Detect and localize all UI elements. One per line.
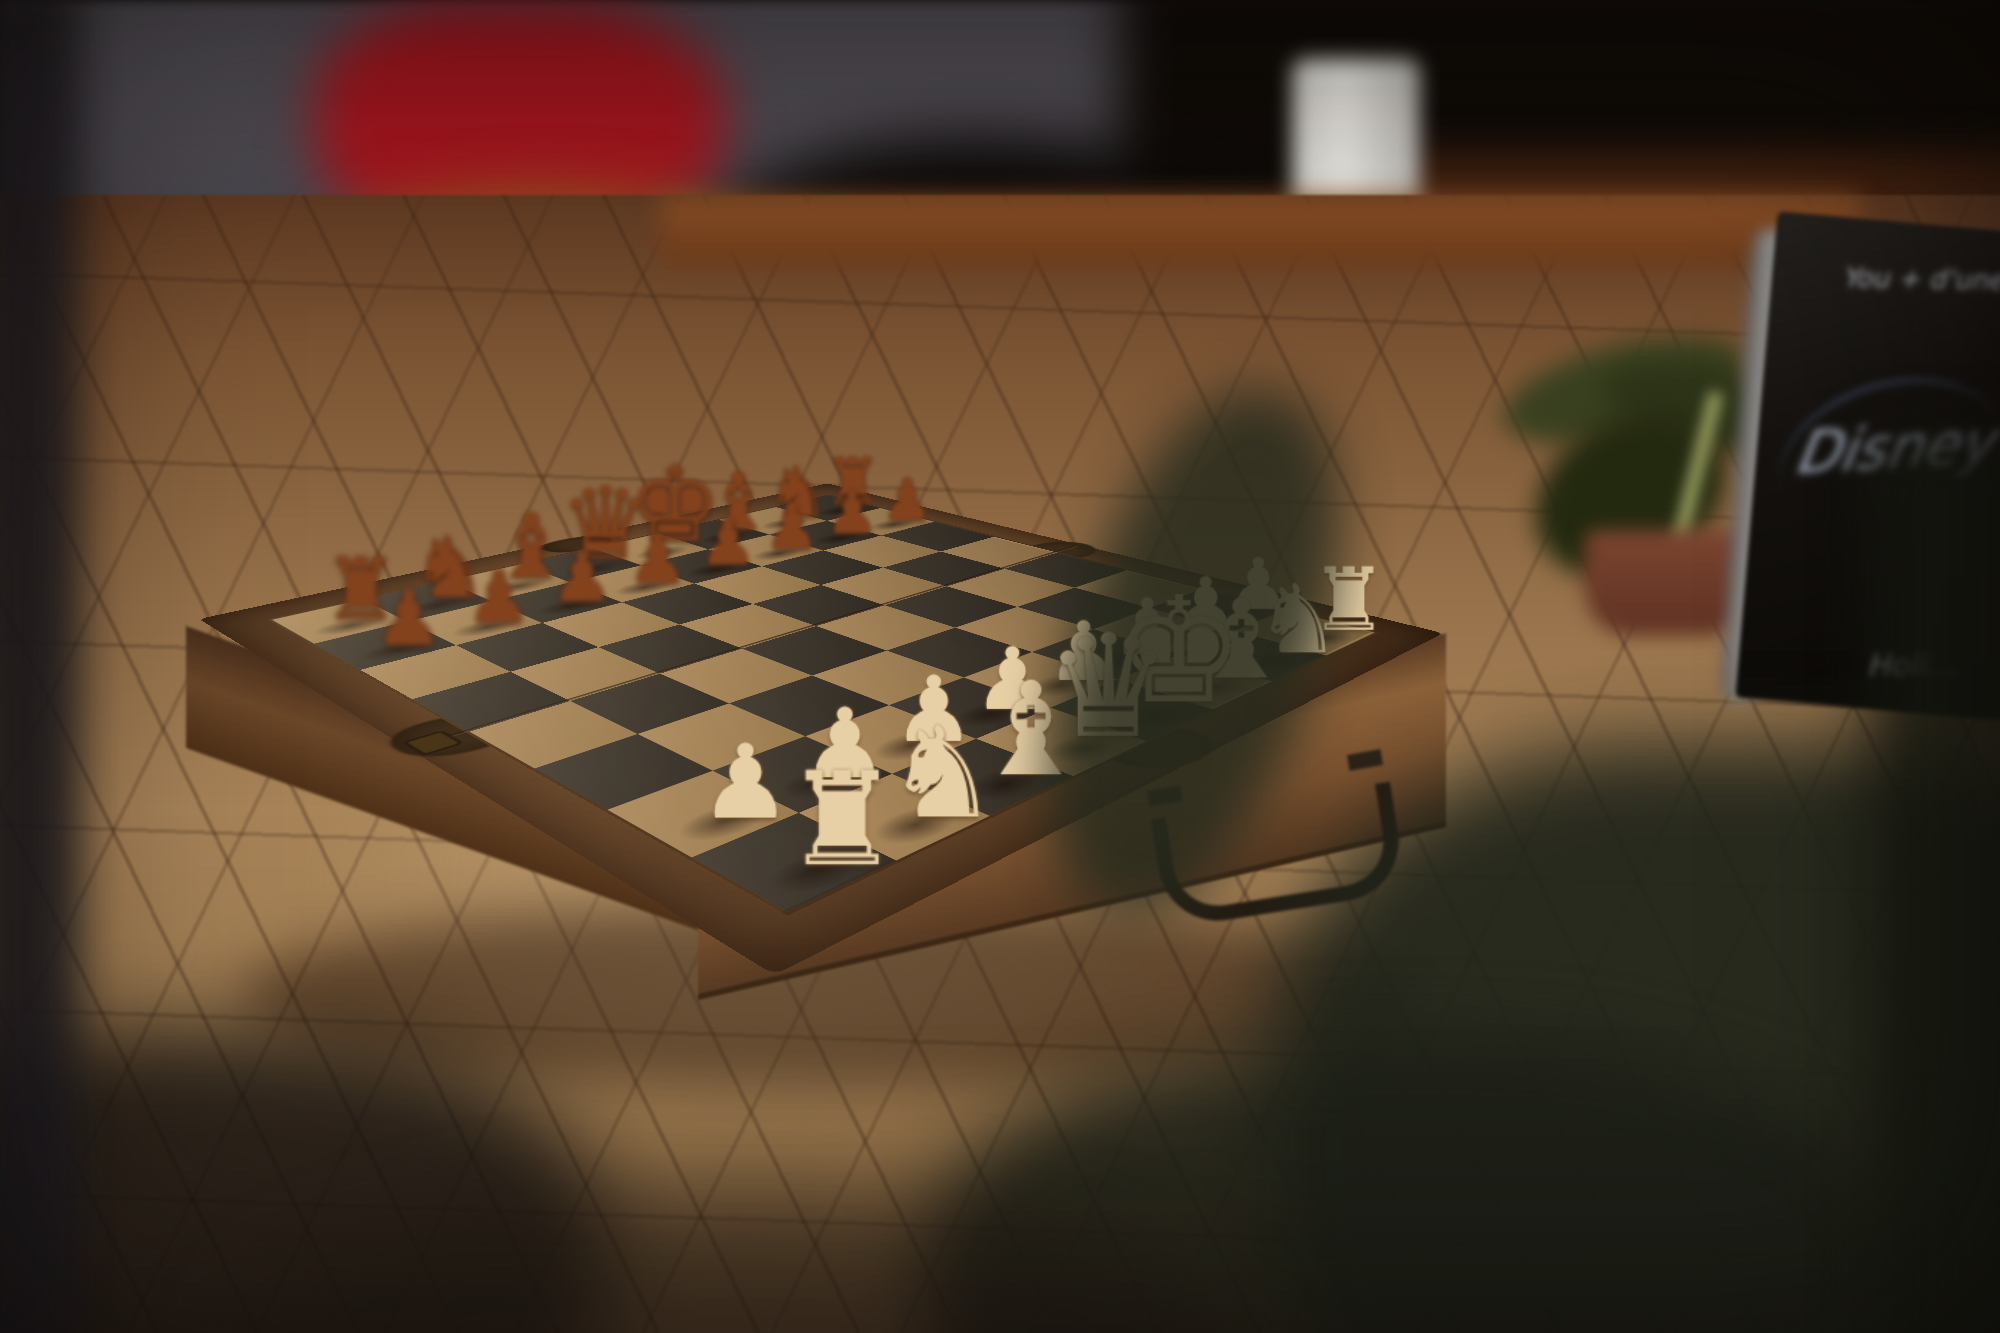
card-script-top: You + d'une…: [1842, 262, 2000, 296]
foreground-blur-edge: [1870, 430, 2000, 1333]
piece-white-rook: ♜: [677, 755, 1006, 884]
square-a1: ♜: [691, 813, 895, 912]
piece-black-pawn: ♟: [294, 580, 522, 657]
photo-scene: You + d'une… Disney Holi… ♜♞♝♛♚♝♞♜♟♟♟♟♟♟…: [0, 0, 2000, 1333]
left-shadow-strip: [0, 0, 80, 1333]
table-back-edge: [660, 196, 1860, 266]
